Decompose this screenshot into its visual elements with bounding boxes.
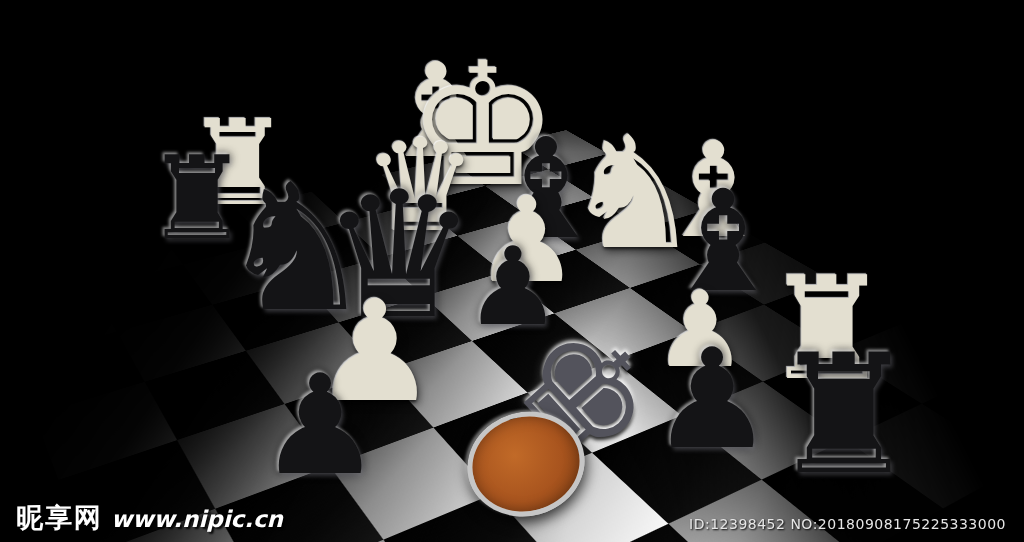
piece-black-pawn[interactable]: ♟ bbox=[258, 357, 382, 495]
site-url-text: www.nipic.cn bbox=[111, 506, 283, 532]
square bbox=[13, 332, 145, 416]
piece-black-pawn[interactable]: ♟ bbox=[465, 233, 562, 341]
site-logo-text: 昵享网 bbox=[16, 502, 103, 533]
square bbox=[922, 371, 1024, 466]
square bbox=[0, 250, 93, 314]
square bbox=[0, 288, 117, 361]
watermark: 昵享网www.nipic.cn bbox=[16, 500, 283, 536]
piece-black-rook[interactable]: ♜ bbox=[770, 333, 918, 498]
chess-scene: ♝♚♜♛♝♝♜♞♟♝♞♛♟♟♜♟♟♜♟ ♚ 昵享网www.nipic.cn ID… bbox=[0, 0, 1024, 542]
square bbox=[34, 382, 177, 480]
image-id-text: ID:12398452 NO:20180908175225333000 bbox=[689, 516, 1006, 532]
square bbox=[93, 265, 213, 332]
